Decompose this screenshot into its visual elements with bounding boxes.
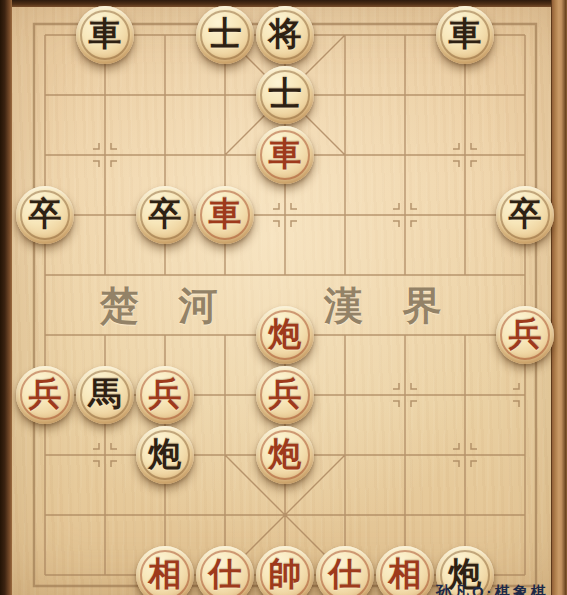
piece-glyph: 炮 <box>256 426 314 484</box>
piece-glyph: 卒 <box>136 186 194 244</box>
piece-red-advisor[interactable]: 仕 <box>316 546 374 595</box>
piece-black-cannon[interactable]: 炮 <box>136 426 194 484</box>
river-label-left: 楚 河 <box>100 279 233 333</box>
piece-red-elephant[interactable]: 相 <box>136 546 194 595</box>
piece-red-elephant[interactable]: 相 <box>376 546 434 595</box>
piece-glyph: 馬 <box>76 366 134 424</box>
piece-red-chariot[interactable]: 車 <box>256 126 314 184</box>
piece-glyph: 仕 <box>196 546 254 595</box>
piece-glyph: 車 <box>436 6 494 64</box>
piece-glyph: 士 <box>196 6 254 64</box>
piece-red-cannon[interactable]: 炮 <box>256 426 314 484</box>
piece-glyph: 兵 <box>256 366 314 424</box>
piece-black-soldier[interactable]: 卒 <box>496 186 554 244</box>
xiangqi-board: 楚 河 漢 界 車士将車士車卒卒車卒炮兵兵馬兵兵炮炮相仕帥仕相炮 孙凡Q·棋象棋 <box>0 0 567 595</box>
piece-black-soldier[interactable]: 卒 <box>136 186 194 244</box>
piece-black-soldier[interactable]: 卒 <box>16 186 74 244</box>
piece-black-advisor[interactable]: 士 <box>256 66 314 124</box>
piece-glyph: 兵 <box>16 366 74 424</box>
piece-red-advisor[interactable]: 仕 <box>196 546 254 595</box>
piece-red-soldier[interactable]: 兵 <box>496 306 554 364</box>
piece-red-soldier[interactable]: 兵 <box>256 366 314 424</box>
piece-glyph: 仕 <box>316 546 374 595</box>
piece-glyph: 相 <box>376 546 434 595</box>
piece-glyph: 兵 <box>136 366 194 424</box>
piece-glyph: 兵 <box>496 306 554 364</box>
piece-glyph: 卒 <box>496 186 554 244</box>
piece-red-soldier[interactable]: 兵 <box>16 366 74 424</box>
piece-red-general[interactable]: 帥 <box>256 546 314 595</box>
piece-black-chariot[interactable]: 車 <box>436 6 494 64</box>
piece-glyph: 士 <box>256 66 314 124</box>
piece-glyph: 帥 <box>256 546 314 595</box>
piece-glyph: 車 <box>76 6 134 64</box>
watermark-text: 孙凡Q·棋象棋 <box>436 583 549 595</box>
piece-black-chariot[interactable]: 車 <box>76 6 134 64</box>
piece-black-advisor[interactable]: 士 <box>196 6 254 64</box>
river-label-right: 漢 界 <box>324 279 457 333</box>
piece-black-horse[interactable]: 馬 <box>76 366 134 424</box>
piece-red-cannon[interactable]: 炮 <box>256 306 314 364</box>
piece-red-soldier[interactable]: 兵 <box>136 366 194 424</box>
piece-glyph: 相 <box>136 546 194 595</box>
piece-glyph: 車 <box>256 126 314 184</box>
piece-glyph: 炮 <box>136 426 194 484</box>
piece-glyph: 炮 <box>256 306 314 364</box>
piece-glyph: 卒 <box>16 186 74 244</box>
piece-red-chariot[interactable]: 車 <box>196 186 254 244</box>
piece-glyph: 車 <box>196 186 254 244</box>
piece-glyph: 将 <box>256 6 314 64</box>
piece-black-general[interactable]: 将 <box>256 6 314 64</box>
